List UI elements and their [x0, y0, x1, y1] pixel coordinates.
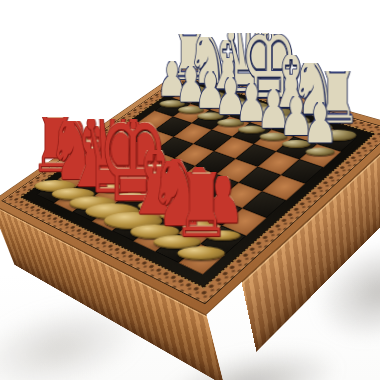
black-pawn-piece: ♟ [295, 102, 344, 154]
piece-base [306, 147, 335, 155]
pawn-glyph: ♟ [300, 85, 340, 152]
white-rook-piece: ♜ [161, 172, 242, 257]
product-photo-stage: ♜♞♝♛♚♝♞♜♟♟♟♟♟♟♟♟♟♟♟♟♟♟♟♟♜♞♝♛♚♝♞♜ [0, 0, 380, 380]
chess-board-case: ♜♞♝♛♚♝♞♜♟♟♟♟♟♟♟♟♟♟♟♟♟♟♟♟♜♞♝♛♚♝♞♜ [0, 66, 380, 314]
piece-base [178, 246, 225, 260]
rook-glyph: ♜ [169, 144, 234, 254]
